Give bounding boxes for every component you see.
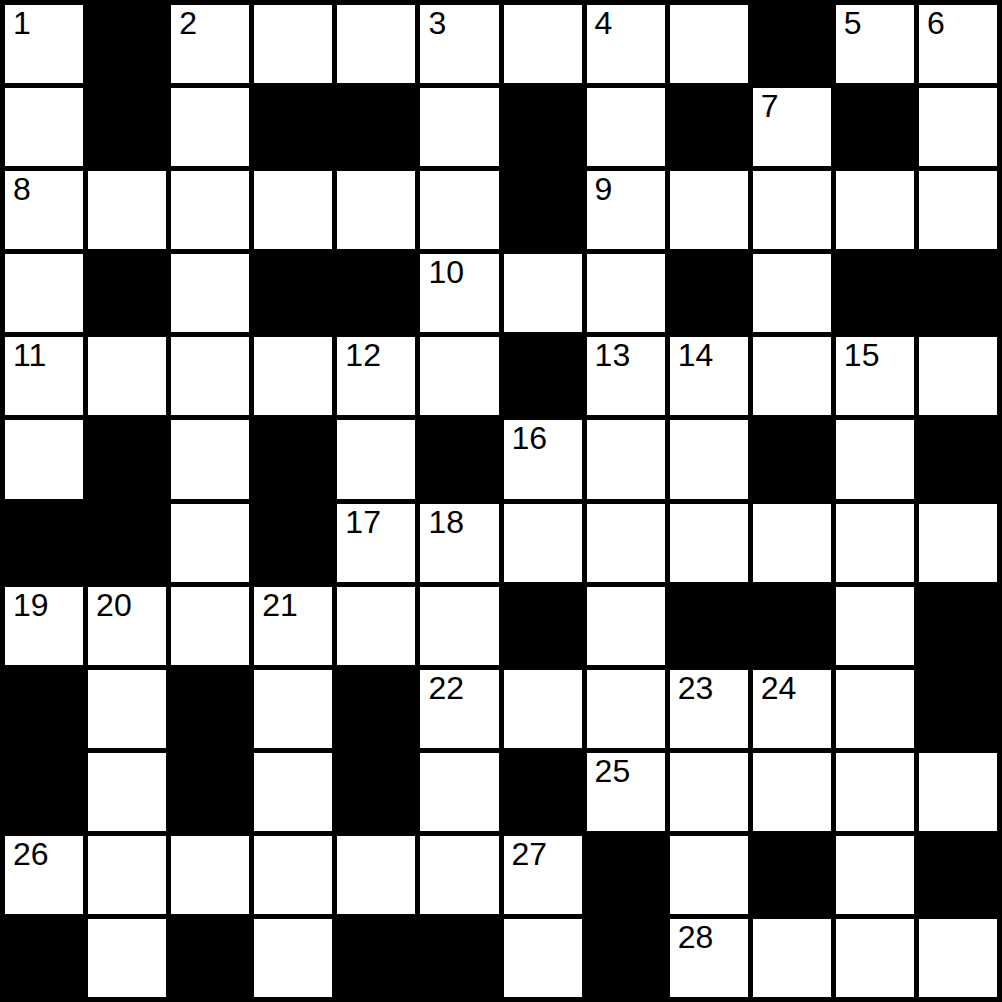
- cell-r5c10[interactable]: [753, 337, 831, 415]
- cell-r10c4[interactable]: [254, 753, 332, 831]
- block-cell-r3c7: [504, 171, 582, 249]
- block-cell-r4c4: [254, 254, 332, 332]
- cell-r11c5[interactable]: [337, 836, 415, 914]
- clue-number: 6: [927, 6, 945, 41]
- cell-r1c9[interactable]: [670, 5, 748, 83]
- block-cell-r11c10: [753, 836, 831, 914]
- cell-r9c10[interactable]: 24: [753, 670, 831, 748]
- cell-r1c5[interactable]: [337, 5, 415, 83]
- cell-r1c4[interactable]: [254, 5, 332, 83]
- block-cell-r1c10: [753, 5, 831, 83]
- cell-r11c6[interactable]: [420, 836, 498, 914]
- clue-number: 28: [678, 920, 714, 955]
- cell-r10c2[interactable]: [88, 753, 166, 831]
- block-cell-r2c5: [337, 88, 415, 166]
- clue-number: 20: [96, 588, 132, 623]
- clue-number: 12: [345, 338, 381, 373]
- cell-r1c7[interactable]: [504, 5, 582, 83]
- clue-number: 18: [428, 505, 464, 540]
- cell-r4c10[interactable]: [753, 254, 831, 332]
- cell-r2c3[interactable]: [171, 88, 249, 166]
- block-cell-r2c4: [254, 88, 332, 166]
- block-cell-r8c7: [504, 587, 582, 665]
- cell-r3c4[interactable]: [254, 171, 332, 249]
- cell-r12c10[interactable]: [753, 919, 831, 997]
- block-cell-r11c8: [587, 836, 665, 914]
- cell-r6c8[interactable]: [587, 420, 665, 498]
- cell-r2c6[interactable]: [420, 88, 498, 166]
- cell-r9c2[interactable]: [88, 670, 166, 748]
- cell-r6c1[interactable]: [5, 420, 83, 498]
- block-cell-r6c4: [254, 420, 332, 498]
- block-cell-r6c10: [753, 420, 831, 498]
- cell-r5c9[interactable]: 14: [670, 337, 748, 415]
- cell-r5c4[interactable]: [254, 337, 332, 415]
- cell-r4c6[interactable]: 10: [420, 254, 498, 332]
- block-cell-r12c8: [587, 919, 665, 997]
- cell-r3c3[interactable]: [171, 171, 249, 249]
- cell-r2c1[interactable]: [5, 88, 83, 166]
- block-cell-r9c1: [5, 670, 83, 748]
- cell-r3c6[interactable]: [420, 171, 498, 249]
- block-cell-r4c9: [670, 254, 748, 332]
- clue-number: 22: [428, 671, 464, 706]
- block-cell-r12c5: [337, 919, 415, 997]
- block-cell-r8c12: [919, 587, 997, 665]
- cell-r10c6[interactable]: [420, 753, 498, 831]
- cell-r11c1[interactable]: 26: [5, 836, 83, 914]
- cell-r2c8[interactable]: [587, 88, 665, 166]
- cell-r11c2[interactable]: [88, 836, 166, 914]
- clue-number: 17: [345, 505, 381, 540]
- cell-r9c4[interactable]: [254, 670, 332, 748]
- cell-r8c8[interactable]: [587, 587, 665, 665]
- clue-number: 16: [512, 421, 548, 456]
- block-cell-r2c7: [504, 88, 582, 166]
- block-cell-r7c4: [254, 504, 332, 582]
- cell-r7c9[interactable]: [670, 504, 748, 582]
- clue-number: 25: [595, 754, 631, 789]
- cell-r5c11[interactable]: 15: [836, 337, 914, 415]
- cell-r6c7[interactable]: 16: [504, 420, 582, 498]
- cell-r12c2[interactable]: [88, 919, 166, 997]
- cell-r9c9[interactable]: 23: [670, 670, 748, 748]
- cell-r9c7[interactable]: [504, 670, 582, 748]
- cell-r2c10[interactable]: 7: [753, 88, 831, 166]
- cell-r3c9[interactable]: [670, 171, 748, 249]
- cell-r10c8[interactable]: 25: [587, 753, 665, 831]
- cell-r8c11[interactable]: [836, 587, 914, 665]
- block-cell-r12c1: [5, 919, 83, 997]
- block-cell-r5c7: [504, 337, 582, 415]
- block-cell-r2c2: [88, 88, 166, 166]
- cell-r8c4[interactable]: 21: [254, 587, 332, 665]
- cell-r11c3[interactable]: [171, 836, 249, 914]
- block-cell-r10c3: [171, 753, 249, 831]
- clue-number: 10: [428, 255, 464, 290]
- clue-number: 13: [595, 338, 631, 373]
- cell-r4c1[interactable]: [5, 254, 83, 332]
- block-cell-r6c12: [919, 420, 997, 498]
- cell-r11c7[interactable]: 27: [504, 836, 582, 914]
- clue-number: 9: [595, 172, 613, 207]
- clue-number: 11: [13, 338, 46, 373]
- block-cell-r4c2: [88, 254, 166, 332]
- cell-r5c8[interactable]: 13: [587, 337, 665, 415]
- clue-number: 19: [13, 588, 49, 623]
- block-cell-r12c6: [420, 919, 498, 997]
- cell-r5c5[interactable]: 12: [337, 337, 415, 415]
- cell-r9c6[interactable]: 22: [420, 670, 498, 748]
- block-cell-r1c2: [88, 5, 166, 83]
- cell-r10c12[interactable]: [919, 753, 997, 831]
- clue-number: 21: [262, 588, 298, 623]
- cell-r11c4[interactable]: [254, 836, 332, 914]
- cell-r12c12[interactable]: [919, 919, 997, 997]
- cell-r5c12[interactable]: [919, 337, 997, 415]
- cell-r3c5[interactable]: [337, 171, 415, 249]
- cell-r5c3[interactable]: [171, 337, 249, 415]
- block-cell-r7c2: [88, 504, 166, 582]
- cell-r1c3[interactable]: 2: [171, 5, 249, 83]
- cell-r9c8[interactable]: [587, 670, 665, 748]
- cell-r6c9[interactable]: [670, 420, 748, 498]
- cell-r11c11[interactable]: [836, 836, 914, 914]
- cell-r2c12[interactable]: [919, 88, 997, 166]
- block-cell-r6c6: [420, 420, 498, 498]
- block-cell-r2c11: [836, 88, 914, 166]
- block-cell-r4c12: [919, 254, 997, 332]
- cell-r1c1[interactable]: 1: [5, 5, 83, 83]
- block-cell-r9c5: [337, 670, 415, 748]
- clue-number: 4: [595, 6, 613, 41]
- cell-r9c11[interactable]: [836, 670, 914, 748]
- cell-r8c5[interactable]: [337, 587, 415, 665]
- block-cell-r10c5: [337, 753, 415, 831]
- block-cell-r12c3: [171, 919, 249, 997]
- cell-r8c3[interactable]: [171, 587, 249, 665]
- clue-number: 1: [13, 6, 31, 41]
- cell-r5c6[interactable]: [420, 337, 498, 415]
- cell-r6c3[interactable]: [171, 420, 249, 498]
- clue-number: 8: [13, 172, 31, 207]
- cell-r6c5[interactable]: [337, 420, 415, 498]
- clue-number: 5: [844, 6, 862, 41]
- block-cell-r4c11: [836, 254, 914, 332]
- block-cell-r9c3: [171, 670, 249, 748]
- cell-r7c7[interactable]: [504, 504, 582, 582]
- cell-r3c12[interactable]: [919, 171, 997, 249]
- cell-r4c3[interactable]: [171, 254, 249, 332]
- cell-r11c9[interactable]: [670, 836, 748, 914]
- cell-r8c6[interactable]: [420, 587, 498, 665]
- cell-r3c2[interactable]: [88, 171, 166, 249]
- clue-number: 26: [13, 837, 49, 872]
- cell-r5c2[interactable]: [88, 337, 166, 415]
- block-cell-r9c12: [919, 670, 997, 748]
- clue-number: 27: [512, 837, 548, 872]
- cell-r12c7[interactable]: [504, 919, 582, 997]
- cell-r5c1[interactable]: 11: [5, 337, 83, 415]
- block-cell-r8c9: [670, 587, 748, 665]
- cell-r10c9[interactable]: [670, 753, 748, 831]
- cell-r7c3[interactable]: [171, 504, 249, 582]
- cell-r12c11[interactable]: [836, 919, 914, 997]
- clue-number: 15: [844, 338, 880, 373]
- cell-r3c11[interactable]: [836, 171, 914, 249]
- crossword-grid: 1234567891011121314151617181920212223242…: [0, 0, 1002, 1002]
- cell-r7c11[interactable]: [836, 504, 914, 582]
- block-cell-r11c12: [919, 836, 997, 914]
- block-cell-r8c10: [753, 587, 831, 665]
- cell-r10c11[interactable]: [836, 753, 914, 831]
- cell-r1c6[interactable]: 3: [420, 5, 498, 83]
- cell-r3c10[interactable]: [753, 171, 831, 249]
- cell-r3c8[interactable]: 9: [587, 171, 665, 249]
- block-cell-r10c7: [504, 753, 582, 831]
- cell-r7c12[interactable]: [919, 504, 997, 582]
- cell-r1c12[interactable]: 6: [919, 5, 997, 83]
- clue-number: 24: [761, 671, 797, 706]
- cell-r1c8[interactable]: 4: [587, 5, 665, 83]
- clue-number: 3: [428, 6, 446, 41]
- block-cell-r2c9: [670, 88, 748, 166]
- cell-r7c5[interactable]: 17: [337, 504, 415, 582]
- cell-r4c7[interactable]: [504, 254, 582, 332]
- clue-number: 23: [678, 671, 714, 706]
- block-cell-r7c1: [5, 504, 83, 582]
- cell-r7c10[interactable]: [753, 504, 831, 582]
- cell-r12c4[interactable]: [254, 919, 332, 997]
- clue-number: 7: [761, 89, 779, 124]
- block-cell-r6c2: [88, 420, 166, 498]
- cell-r7c6[interactable]: 18: [420, 504, 498, 582]
- cell-r8c2[interactable]: 20: [88, 587, 166, 665]
- cell-r12c9[interactable]: 28: [670, 919, 748, 997]
- clue-number: 2: [179, 6, 197, 41]
- block-cell-r4c5: [337, 254, 415, 332]
- cell-r10c10[interactable]: [753, 753, 831, 831]
- cell-r3c1[interactable]: 8: [5, 171, 83, 249]
- clue-number: 14: [678, 338, 714, 373]
- cell-r6c11[interactable]: [836, 420, 914, 498]
- cell-r7c8[interactable]: [587, 504, 665, 582]
- cell-r1c11[interactable]: 5: [836, 5, 914, 83]
- block-cell-r10c1: [5, 753, 83, 831]
- cell-r8c1[interactable]: 19: [5, 587, 83, 665]
- cell-r4c8[interactable]: [587, 254, 665, 332]
